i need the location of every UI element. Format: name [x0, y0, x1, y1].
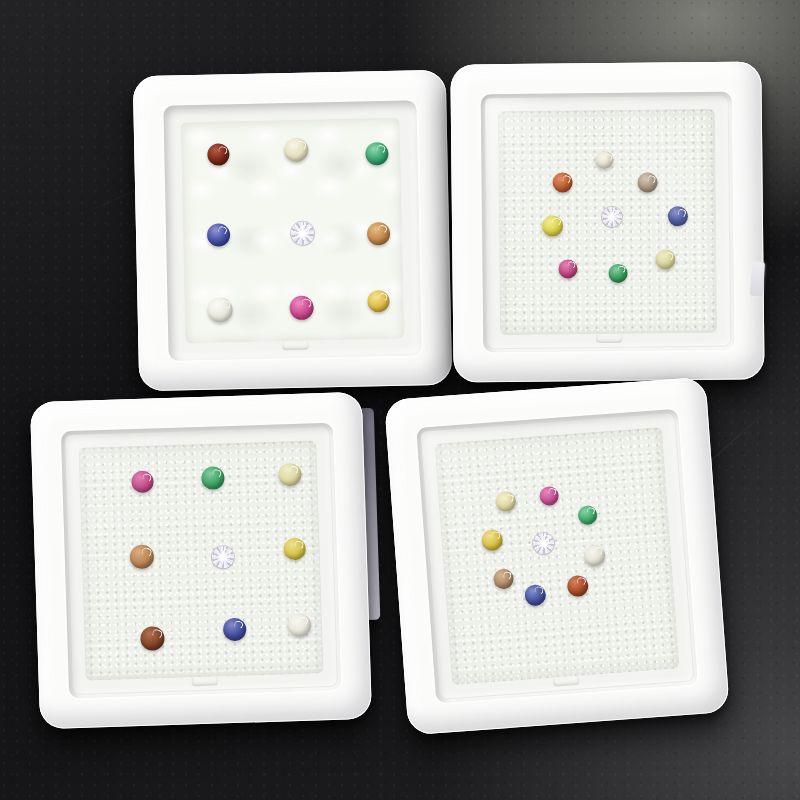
gem-green-emerald: [201, 466, 225, 490]
gem-orange-hessonite: [366, 221, 389, 244]
gem-green-emerald: [608, 263, 627, 282]
gem-box-top-right: [450, 61, 764, 382]
gem-pale-yellow-cats-eye: [655, 249, 675, 269]
gem-blue-sapphire: [206, 223, 229, 246]
gem-yellow-sapphire: [283, 538, 306, 561]
gem-blue-sapphire: [668, 206, 688, 226]
gem-box-bottom-left: [30, 392, 372, 729]
photo-scene: [0, 0, 800, 800]
gem-rust-hessonite: [566, 574, 588, 596]
gem-lemon-yellow-sapphire: [541, 215, 562, 236]
gem-brown-garnet: [140, 626, 165, 651]
gem-clear-diamond: [532, 532, 554, 554]
gem-cream-pearl: [595, 151, 613, 169]
gem-white-moonstone: [287, 613, 311, 637]
gem-smoky-cats-eye: [637, 172, 657, 192]
gem-box-top-left: [133, 70, 453, 391]
gem-white-pearl: [207, 297, 233, 323]
gem-orange-coral: [552, 172, 572, 192]
gem-green-emerald: [577, 505, 597, 525]
gem-clear-diamond: [290, 221, 313, 244]
gem-green-emerald: [365, 141, 388, 164]
gem-cream-cats-eye: [495, 491, 516, 512]
gem-blue-sapphire: [222, 617, 246, 641]
gem-clear-diamond: [602, 207, 622, 227]
gem-pink-ruby: [538, 485, 558, 505]
gem-pink-ruby: [558, 259, 577, 278]
gem-dark-red-garnet: [207, 143, 229, 165]
gem-yellow-sapphire: [367, 290, 389, 312]
gem-pale-yellow-cats-eye: [277, 462, 301, 486]
gem-box-bottom-right: [384, 377, 730, 736]
gem-white-moonstone: [583, 544, 605, 566]
gem-tan-hessonite: [129, 544, 154, 569]
gem-cream-cats-eye: [284, 138, 308, 162]
gem-yellow-sapphire: [480, 529, 502, 551]
gem-clear-diamond: [212, 546, 235, 569]
gem-pink-ruby: [131, 470, 154, 493]
gem-pink-ruby: [289, 296, 313, 320]
gem-tan-cats-eye: [493, 568, 514, 589]
gem-blue-sapphire: [524, 583, 546, 605]
